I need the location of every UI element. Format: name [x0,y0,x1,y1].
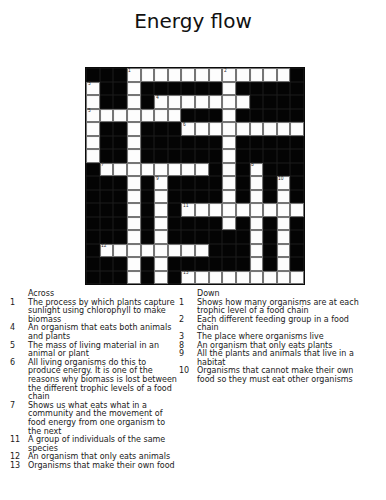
grid-cell[interactable] [222,176,236,190]
grid-cell-black [113,257,127,271]
grid-cell[interactable] [168,95,182,109]
grid-cell[interactable] [127,230,141,244]
grid-cell[interactable]: 7 [100,163,114,177]
grid-cell-black [236,244,250,258]
grid-cell-black [209,190,223,204]
grid-cell-black [113,149,127,163]
clue-item-text: All living organisms do this to produce … [28,359,178,402]
grid-cell[interactable] [154,203,168,217]
grid-cell[interactable]: 13 [181,271,195,285]
grid-cell-black [141,122,155,136]
grid-cell-black [195,230,209,244]
grid-cell[interactable] [168,163,182,177]
grid-cell-black [181,190,195,204]
clue-item-number: 13 [10,462,28,471]
grid-cell[interactable] [236,203,250,217]
grid-cell-black [168,149,182,163]
grid-cell-black [168,203,182,217]
grid-cell-black [263,82,277,96]
grid-cell-black [181,217,195,231]
grid-cell[interactable] [209,271,223,285]
grid-cell[interactable] [127,149,141,163]
grid-cell-black [195,82,209,96]
grid-cell[interactable] [277,244,291,258]
grid-cell-black [100,68,114,82]
grid-cell[interactable] [195,271,209,285]
grid-cell-black [263,109,277,123]
grid-cell-black [113,190,127,204]
grid-cell-black [86,203,100,217]
grid-cell[interactable] [154,230,168,244]
grid-cell-black [236,163,250,177]
grid-cell-black [236,230,250,244]
grid-cell[interactable] [222,271,236,285]
grid-cell[interactable] [127,95,141,109]
grid-cell[interactable] [250,122,264,136]
grid-cell-black [290,82,304,96]
grid-cell-black [86,190,100,204]
grid-cell-black [263,136,277,150]
grid-cell[interactable] [290,271,304,285]
grid-cell[interactable]: 2 [222,68,236,82]
grid-cell-black [250,136,264,150]
grid-cell[interactable] [250,244,264,258]
grid-cell-black [86,244,100,258]
grid-cell-black [290,176,304,190]
grid-cell-black [113,82,127,96]
clue-item-number: 9 [179,350,197,367]
grid-cell-black [86,217,100,231]
grid-cell-black [168,271,182,285]
grid-cell-black [86,176,100,190]
grid-cell-black [290,244,304,258]
grid-cell-black [168,230,182,244]
grid-cell[interactable]: 11 [181,203,195,217]
grid-cell-black [209,109,223,123]
grid-cell-black [222,257,236,271]
grid-cell[interactable] [263,271,277,285]
clue-item-number: 7 [10,402,28,436]
grid-cell-black [141,203,155,217]
grid-cell-black [209,257,223,271]
grid-cell-black [290,163,304,177]
grid-cell-black [86,68,100,82]
clue-item-number: 10 [179,367,197,384]
grid-cell-black [100,95,114,109]
grid-cell[interactable] [181,68,195,82]
grid-cell-black [113,217,127,231]
grid-cell-black [236,176,250,190]
clue-number-label: 1 [128,69,131,73]
clue-item: 7Shows us what eats what in a community … [10,402,178,436]
clue-number-label: 4 [156,96,159,100]
grid-cell-black [195,257,209,271]
grid-cell[interactable] [141,68,155,82]
clue-number-label: 3 [88,82,91,86]
grid-cell[interactable] [127,109,141,123]
grid-cell-black [100,136,114,150]
grid-cell-black [168,217,182,231]
grid-cell-black [100,217,114,231]
grid-cell[interactable] [141,109,155,123]
grid-cell-black [209,163,223,177]
clue-item-text: All the plants and animals that live in … [197,350,360,367]
grid-cell-black [181,136,195,150]
grid-cell-black [277,95,291,109]
grid-cell-black [236,82,250,96]
grid-cell-black [141,95,155,109]
clue-item-text: Organisms that make their own food [28,462,178,471]
grid-cell[interactable] [195,203,209,217]
grid-cell[interactable] [209,95,223,109]
across-clues-column: Across 1The process by which plants capt… [10,290,178,470]
grid-cell-black [263,244,277,258]
clue-item-number: 2 [179,316,197,333]
grid-cell[interactable] [168,68,182,82]
grid-cell[interactable] [181,163,195,177]
grid-cell-black [277,109,291,123]
grid-cell[interactable] [222,217,236,231]
grid-cell[interactable] [277,257,291,271]
grid-cell-black [168,190,182,204]
grid-cell[interactable]: 8 [250,163,264,177]
clue-item-number: 5 [10,342,28,359]
grid-cell-black [100,203,114,217]
grid-cell[interactable] [222,203,236,217]
grid-cell-black [195,190,209,204]
grid-cell-black [113,122,127,136]
grid-cell[interactable] [209,68,223,82]
grid-cell[interactable]: 4 [154,95,168,109]
grid-cell-black [209,149,223,163]
grid-cell[interactable] [195,244,209,258]
grid-cell[interactable] [250,217,264,231]
grid-cell[interactable] [222,109,236,123]
grid-cell[interactable] [154,68,168,82]
clue-item: 5The mass of living material in an anima… [10,342,178,359]
grid-cell[interactable] [127,176,141,190]
grid-cell[interactable] [127,257,141,271]
grid-cell[interactable] [127,244,141,258]
grid-cell-black [86,230,100,244]
grid-cell-black [181,109,195,123]
clue-number-label: 11 [183,204,189,208]
grid-cell-black [86,163,100,177]
grid-cell[interactable] [236,95,250,109]
grid-cell-black [209,176,223,190]
grid-cell-black [168,257,182,271]
grid-cell-black [290,149,304,163]
grid-cell[interactable] [236,68,250,82]
clue-item: 10Organisms that cannot make their own f… [179,367,379,384]
grid-cell[interactable] [277,203,291,217]
grid-cell-black [195,136,209,150]
grid-cell[interactable]: 1 [127,68,141,82]
grid-cell[interactable] [250,257,264,271]
grid-cell-black [195,109,209,123]
grid-cell[interactable] [127,136,141,150]
grid-cell[interactable] [250,271,264,285]
grid-cell-black [86,271,100,285]
grid-cell[interactable]: 6 [181,122,195,136]
crossword-grid: 12345678910111213 [85,67,305,285]
grid-cell[interactable] [127,122,141,136]
grid-cell-black [250,82,264,96]
grid-cell[interactable] [236,122,250,136]
grid-cell-black [100,190,114,204]
grid-cell-black [290,136,304,150]
grid-cell-black [209,136,223,150]
clue-item: 2Each different feeding group in a food … [179,316,379,333]
grid-cell-black [154,149,168,163]
grid-cell[interactable] [86,95,100,109]
grid-cell-black [154,136,168,150]
grid-cell[interactable] [195,95,209,109]
grid-cell[interactable] [222,95,236,109]
down-clues-column: Down 1Shows how many organisms are at ea… [179,290,379,385]
grid-cell-black [236,190,250,204]
clue-item-number: 1 [10,299,28,325]
grid-cell[interactable] [195,122,209,136]
grid-cell[interactable] [277,271,291,285]
grid-cell-black [209,82,223,96]
grid-cell-black [209,230,223,244]
grid-cell[interactable]: 12 [100,244,114,258]
grid-cell[interactable] [168,109,182,123]
grid-cell-black [290,257,304,271]
grid-cell-black [181,257,195,271]
grid-cell[interactable] [154,109,168,123]
grid-cell-black [113,271,127,285]
grid-cell[interactable] [290,122,304,136]
grid-cell[interactable] [154,271,168,285]
clue-number-label: 5 [88,109,91,113]
worksheet-page: { "game": "crossword", "title": "Energy … [0,0,386,500]
grid-cell-black [263,163,277,177]
grid-cell-black [290,68,304,82]
clue-item: 11A group of individuals of the same spe… [10,436,178,453]
grid-cell[interactable] [195,163,209,177]
clue-number-label: 6 [183,123,186,127]
grid-cell-black [290,190,304,204]
clue-item-text: A group of individuals of the same speci… [28,436,178,453]
grid-cell[interactable] [113,244,127,258]
grid-cell-black [100,230,114,244]
grid-cell[interactable] [127,203,141,217]
clue-item-text: Shows us what eats what in a community a… [28,402,178,436]
clue-item-number: 4 [10,324,28,341]
grid-cell[interactable] [250,68,264,82]
grid-cell[interactable] [141,163,155,177]
grid-cell[interactable] [277,190,291,204]
grid-cell[interactable] [250,176,264,190]
clue-number-label: 7 [101,163,104,167]
grid-cell[interactable]: 5 [86,109,100,123]
grid-cell[interactable] [209,122,223,136]
grid-cell-black [263,176,277,190]
clue-number-label: 9 [156,177,159,181]
grid-cell-black [168,176,182,190]
clue-item: 1The process by which plants capture sun… [10,299,178,325]
grid-cell-black [290,109,304,123]
grid-cell[interactable] [277,217,291,231]
grid-cell[interactable] [86,136,100,150]
grid-cell-black [250,109,264,123]
grid-cell-black [141,190,155,204]
grid-cell[interactable] [86,149,100,163]
grid-cell-black [168,82,182,96]
grid-cell[interactable] [181,244,195,258]
grid-cell[interactable] [222,149,236,163]
grid-cell[interactable]: 3 [86,82,100,96]
grid-cell-black [236,257,250,271]
grid-cell-black [209,217,223,231]
grid-cell[interactable] [290,203,304,217]
grid-cell[interactable] [154,257,168,271]
grid-cell-black [263,217,277,231]
clue-item-text: Shows how many organisms are at each tro… [197,299,360,316]
grid-cell[interactable] [113,163,127,177]
grid-cell-black [277,136,291,150]
grid-cell-black [263,95,277,109]
clue-item: 4An organism that eats both animals and … [10,324,178,341]
grid-cell[interactable] [127,190,141,204]
clue-item-text: An organism that eats both animals and p… [28,324,178,341]
grid-cell-black [263,230,277,244]
grid-cell-black [100,176,114,190]
grid-cell[interactable] [209,203,223,217]
grid-cell-black [181,149,195,163]
grid-cell[interactable] [222,190,236,204]
grid-cell-black [86,257,100,271]
grid-cell[interactable] [250,230,264,244]
grid-cell[interactable] [154,163,168,177]
grid-cell-black [168,136,182,150]
clue-item: 13Organisms that make their own food [10,462,178,471]
grid-cell[interactable] [250,203,264,217]
grid-cell-black [154,122,168,136]
grid-cell-black [236,136,250,150]
clue-item: 9All the plants and animals that live in… [179,350,379,367]
grid-cell-black [236,217,250,231]
clue-number-label: 2 [224,69,227,73]
grid-cell[interactable] [195,68,209,82]
grid-cell-black [100,257,114,271]
grid-cell[interactable] [222,122,236,136]
grid-cell-black [263,257,277,271]
grid-cell[interactable] [141,244,155,258]
grid-cell-black [181,82,195,96]
grid-cell[interactable] [263,203,277,217]
grid-cell-black [236,109,250,123]
grid-cell-black [100,271,114,285]
grid-cell[interactable] [250,190,264,204]
grid-cell-black [277,82,291,96]
clue-item-text: Each different feeding group in a food c… [197,316,360,333]
grid-cell[interactable] [277,122,291,136]
grid-cell[interactable] [127,163,141,177]
grid-cell-black [290,95,304,109]
grid-cell[interactable] [100,109,114,123]
grid-cell[interactable] [277,230,291,244]
grid-cell[interactable] [154,190,168,204]
grid-cell[interactable] [181,95,195,109]
grid-cell[interactable] [168,244,182,258]
clue-item: 1Shows how many organisms are at each tr… [179,299,379,316]
grid-cell-black [113,203,127,217]
grid-cell-black [222,244,236,258]
clue-item-text: Organisms that cannot make their own foo… [197,367,360,384]
grid-cell-black [222,230,236,244]
clue-number-label: 12 [101,244,107,248]
clue-item-number: 6 [10,359,28,402]
grid-cell[interactable] [236,271,250,285]
grid-cell[interactable] [154,217,168,231]
grid-cell[interactable] [277,68,291,82]
grid-cell-black [154,82,168,96]
grid-cell-black [181,176,195,190]
clue-item: 6All living organisms do this to produce… [10,359,178,402]
grid-cell[interactable] [222,82,236,96]
grid-cell[interactable] [263,68,277,82]
grid-cell-black [195,217,209,231]
grid-cell-black [250,149,264,163]
grid-cell-black [141,217,155,231]
grid-cell[interactable]: 10 [277,176,291,190]
grid-cell-black [290,230,304,244]
grid-cell-black [113,95,127,109]
grid-cell-black [100,122,114,136]
grid-cell-black [100,149,114,163]
grid-cell[interactable] [263,122,277,136]
grid-cell-black [141,82,155,96]
grid-cell-black [113,136,127,150]
clue-item-number: 11 [10,436,28,453]
grid-cell-black [168,122,182,136]
grid-cell-black [263,149,277,163]
grid-cell[interactable] [86,122,100,136]
grid-cell-black [277,163,291,177]
clue-item-text: The process by which plants capture sunl… [28,299,178,325]
grid-cell[interactable] [113,109,127,123]
clue-number-label: 10 [278,177,284,181]
grid-cell[interactable] [127,217,141,231]
grid-cell-black [141,176,155,190]
grid-cell-black [141,230,155,244]
grid-cell[interactable]: 9 [154,176,168,190]
grid-cell[interactable] [222,163,236,177]
grid-cell-black [141,271,155,285]
grid-cell-black [141,257,155,271]
grid-cell-black [181,230,195,244]
grid-cell-black [113,176,127,190]
grid-cell-black [263,190,277,204]
grid-cell[interactable] [127,271,141,285]
grid-cell[interactable] [222,136,236,150]
grid-cell[interactable] [154,244,168,258]
grid-cell-black [141,136,155,150]
grid-cell-black [113,68,127,82]
grid-cell-black [236,149,250,163]
grid-cell-black [141,149,155,163]
clue-number-label: 13 [183,271,189,275]
grid-cell-black [195,176,209,190]
grid-cell-black [209,244,223,258]
grid-cell-black [113,230,127,244]
grid-cell[interactable] [127,82,141,96]
grid-cell-black [195,149,209,163]
clue-number-label: 8 [251,163,254,167]
